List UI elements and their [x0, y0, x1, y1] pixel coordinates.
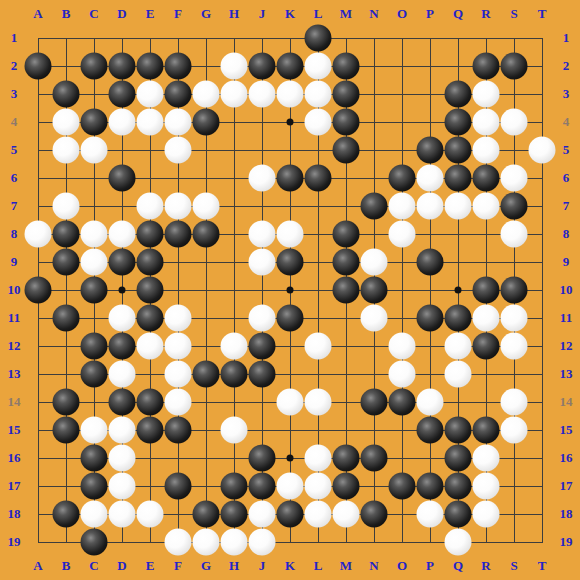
row-label-right: 4 — [563, 115, 570, 129]
row-label-left: 12 — [8, 339, 21, 353]
stone-black — [277, 501, 304, 528]
stone-black — [249, 361, 276, 388]
stone-black — [473, 277, 500, 304]
stone-white — [249, 501, 276, 528]
stone-white — [389, 221, 416, 248]
stone-white — [277, 389, 304, 416]
stone-white — [361, 305, 388, 332]
stone-white — [137, 333, 164, 360]
stone-black — [389, 389, 416, 416]
col-label-top: A — [33, 7, 42, 21]
stone-black — [109, 389, 136, 416]
stone-black — [137, 417, 164, 444]
col-label-bottom: D — [117, 559, 126, 573]
stone-white — [501, 109, 528, 136]
stone-white — [501, 389, 528, 416]
stone-black — [445, 165, 472, 192]
row-label-right: 12 — [560, 339, 573, 353]
stone-black — [445, 445, 472, 472]
stone-white — [445, 529, 472, 556]
stone-black — [249, 445, 276, 472]
stone-white — [221, 417, 248, 444]
stone-black — [137, 53, 164, 80]
stone-black — [473, 333, 500, 360]
stone-white — [109, 445, 136, 472]
stone-white — [53, 109, 80, 136]
stone-white — [165, 137, 192, 164]
row-label-left: 5 — [11, 143, 18, 157]
stone-black — [445, 305, 472, 332]
stone-white — [473, 109, 500, 136]
stone-white — [193, 193, 220, 220]
stone-white — [473, 445, 500, 472]
stone-black — [137, 389, 164, 416]
col-label-top: H — [229, 7, 239, 21]
stone-black — [445, 81, 472, 108]
stone-white — [417, 389, 444, 416]
stone-black — [277, 53, 304, 80]
stone-black — [53, 501, 80, 528]
stone-white — [165, 389, 192, 416]
stone-white — [165, 361, 192, 388]
row-label-left: 10 — [8, 283, 21, 297]
stone-black — [53, 221, 80, 248]
stone-white — [305, 81, 332, 108]
stone-black — [445, 137, 472, 164]
row-label-right: 7 — [563, 199, 570, 213]
col-label-top: Q — [453, 7, 463, 21]
col-label-top: R — [481, 7, 490, 21]
stone-white — [165, 333, 192, 360]
stone-white — [277, 81, 304, 108]
stone-black — [445, 501, 472, 528]
stone-white — [445, 361, 472, 388]
grid-vline — [430, 38, 431, 543]
row-label-left: 8 — [11, 227, 18, 241]
stone-white — [305, 473, 332, 500]
stone-white — [25, 221, 52, 248]
stone-black — [193, 361, 220, 388]
star-point — [119, 287, 126, 294]
stone-white — [137, 193, 164, 220]
col-label-bottom: O — [397, 559, 407, 573]
row-label-right: 19 — [560, 535, 573, 549]
row-label-left: 4 — [11, 115, 18, 129]
row-label-right: 10 — [560, 283, 573, 297]
stone-white — [361, 249, 388, 276]
col-label-top: B — [62, 7, 71, 21]
stone-black — [221, 361, 248, 388]
stone-black — [361, 277, 388, 304]
stone-white — [221, 333, 248, 360]
stone-white — [473, 305, 500, 332]
stone-white — [221, 81, 248, 108]
col-label-top: J — [259, 7, 266, 21]
star-point — [287, 455, 294, 462]
stone-black — [249, 473, 276, 500]
stone-white — [305, 53, 332, 80]
col-label-bottom: R — [481, 559, 490, 573]
stone-white — [137, 81, 164, 108]
row-label-right: 17 — [560, 479, 573, 493]
stone-black — [81, 109, 108, 136]
stone-black — [361, 193, 388, 220]
stone-black — [53, 305, 80, 332]
stone-white — [109, 417, 136, 444]
row-label-left: 19 — [8, 535, 21, 549]
stone-black — [417, 473, 444, 500]
stone-white — [305, 389, 332, 416]
col-label-top: P — [426, 7, 434, 21]
stone-black — [165, 81, 192, 108]
stone-black — [25, 53, 52, 80]
col-label-bottom: B — [62, 559, 71, 573]
stone-white — [249, 305, 276, 332]
stone-black — [53, 417, 80, 444]
stone-white — [137, 501, 164, 528]
stone-white — [137, 109, 164, 136]
row-label-left: 6 — [11, 171, 18, 185]
stone-black — [193, 501, 220, 528]
stone-white — [249, 81, 276, 108]
stone-black — [473, 165, 500, 192]
stone-white — [305, 109, 332, 136]
row-label-right: 16 — [560, 451, 573, 465]
stone-black — [389, 165, 416, 192]
stone-white — [81, 501, 108, 528]
stone-white — [109, 305, 136, 332]
col-label-bottom: L — [314, 559, 323, 573]
stone-black — [333, 53, 360, 80]
stone-black — [417, 137, 444, 164]
stone-white — [389, 361, 416, 388]
stone-white — [389, 193, 416, 220]
stone-black — [137, 249, 164, 276]
stone-black — [109, 333, 136, 360]
stone-black — [81, 53, 108, 80]
row-label-left: 7 — [11, 199, 18, 213]
stone-white — [249, 165, 276, 192]
stone-black — [473, 417, 500, 444]
stone-black — [193, 109, 220, 136]
col-label-bottom: P — [426, 559, 434, 573]
stone-white — [417, 501, 444, 528]
row-label-left: 3 — [11, 87, 18, 101]
stone-black — [53, 249, 80, 276]
stone-black — [109, 81, 136, 108]
stone-black — [109, 165, 136, 192]
stone-black — [109, 249, 136, 276]
stone-black — [81, 473, 108, 500]
stone-black — [333, 109, 360, 136]
col-label-bottom: E — [146, 559, 155, 573]
col-label-top: T — [538, 7, 547, 21]
stone-black — [249, 333, 276, 360]
stone-white — [333, 501, 360, 528]
stone-white — [165, 193, 192, 220]
col-label-bottom: T — [538, 559, 547, 573]
col-label-top: N — [369, 7, 378, 21]
col-label-bottom: S — [510, 559, 517, 573]
stone-white — [501, 221, 528, 248]
stone-white — [109, 473, 136, 500]
stone-white — [53, 137, 80, 164]
stone-black — [81, 277, 108, 304]
stone-white — [193, 81, 220, 108]
stone-white — [445, 193, 472, 220]
stone-black — [53, 81, 80, 108]
stone-black — [165, 417, 192, 444]
row-label-right: 14 — [560, 395, 573, 409]
stone-white — [249, 249, 276, 276]
row-label-left: 14 — [8, 395, 21, 409]
stone-white — [473, 81, 500, 108]
stone-white — [165, 109, 192, 136]
row-label-left: 11 — [8, 311, 20, 325]
col-label-bottom: M — [340, 559, 352, 573]
row-label-right: 13 — [560, 367, 573, 381]
grid-vline — [402, 38, 403, 543]
stone-black — [277, 249, 304, 276]
stone-black — [417, 249, 444, 276]
stone-black — [501, 193, 528, 220]
row-label-left: 16 — [8, 451, 21, 465]
stone-white — [109, 109, 136, 136]
stone-white — [501, 333, 528, 360]
row-label-right: 8 — [563, 227, 570, 241]
stone-black — [417, 417, 444, 444]
stone-black — [473, 53, 500, 80]
stone-black — [305, 25, 332, 52]
stone-white — [277, 473, 304, 500]
star-point — [455, 287, 462, 294]
stone-white — [473, 193, 500, 220]
stone-white — [221, 529, 248, 556]
stone-white — [501, 305, 528, 332]
stone-white — [305, 333, 332, 360]
stone-white — [81, 417, 108, 444]
go-board[interactable]: AABBCCDDEEFFGGHHJJKKLLMMNNOOPPQQRRSSTT11… — [0, 0, 580, 580]
stone-black — [333, 137, 360, 164]
grid-vline — [542, 38, 543, 543]
stone-black — [333, 249, 360, 276]
col-label-bottom: N — [369, 559, 378, 573]
col-label-bottom: K — [285, 559, 295, 573]
row-label-right: 3 — [563, 87, 570, 101]
stone-white — [277, 221, 304, 248]
col-label-top: D — [117, 7, 126, 21]
row-label-left: 2 — [11, 59, 18, 73]
stone-black — [25, 277, 52, 304]
col-label-bottom: Q — [453, 559, 463, 573]
stone-black — [333, 445, 360, 472]
stone-black — [389, 473, 416, 500]
row-label-left: 18 — [8, 507, 21, 521]
stone-white — [417, 165, 444, 192]
stone-black — [221, 501, 248, 528]
stone-black — [445, 417, 472, 444]
stone-white — [81, 137, 108, 164]
stone-black — [193, 221, 220, 248]
star-point — [287, 287, 294, 294]
row-label-right: 2 — [563, 59, 570, 73]
stone-white — [473, 501, 500, 528]
stone-black — [81, 361, 108, 388]
row-label-left: 13 — [8, 367, 21, 381]
stone-black — [249, 53, 276, 80]
col-label-top: L — [314, 7, 323, 21]
stone-white — [501, 417, 528, 444]
col-label-bottom: J — [259, 559, 266, 573]
row-label-left: 15 — [8, 423, 21, 437]
stone-white — [445, 333, 472, 360]
stone-black — [305, 165, 332, 192]
stone-black — [137, 305, 164, 332]
row-label-right: 9 — [563, 255, 570, 269]
stone-black — [81, 529, 108, 556]
row-label-right: 15 — [560, 423, 573, 437]
stone-white — [53, 193, 80, 220]
stone-white — [501, 165, 528, 192]
stone-white — [473, 473, 500, 500]
stone-black — [137, 221, 164, 248]
stone-white — [221, 53, 248, 80]
stone-black — [445, 109, 472, 136]
col-label-bottom: H — [229, 559, 239, 573]
stone-black — [361, 389, 388, 416]
col-label-top: K — [285, 7, 295, 21]
col-label-top: G — [201, 7, 211, 21]
row-label-left: 1 — [11, 31, 18, 45]
row-label-left: 9 — [11, 255, 18, 269]
stone-black — [333, 81, 360, 108]
stone-black — [361, 501, 388, 528]
stone-black — [333, 277, 360, 304]
stone-white — [165, 529, 192, 556]
col-label-top: E — [146, 7, 155, 21]
col-label-top: M — [340, 7, 352, 21]
col-label-bottom: A — [33, 559, 42, 573]
stone-white — [389, 333, 416, 360]
stone-white — [81, 221, 108, 248]
stone-white — [109, 501, 136, 528]
stone-white — [249, 221, 276, 248]
col-label-top: C — [89, 7, 98, 21]
stone-black — [333, 473, 360, 500]
stone-white — [417, 193, 444, 220]
stone-white — [529, 137, 556, 164]
row-label-left: 17 — [8, 479, 21, 493]
stone-black — [165, 53, 192, 80]
stone-black — [501, 277, 528, 304]
row-label-right: 18 — [560, 507, 573, 521]
col-label-top: O — [397, 7, 407, 21]
col-label-top: S — [510, 7, 517, 21]
stone-black — [53, 389, 80, 416]
row-label-right: 5 — [563, 143, 570, 157]
stone-black — [501, 53, 528, 80]
stone-white — [305, 445, 332, 472]
stone-black — [445, 473, 472, 500]
stone-white — [109, 361, 136, 388]
stone-black — [277, 165, 304, 192]
stone-black — [361, 445, 388, 472]
stone-black — [81, 445, 108, 472]
row-label-right: 11 — [560, 311, 572, 325]
stone-black — [333, 221, 360, 248]
stone-white — [249, 529, 276, 556]
stone-black — [221, 473, 248, 500]
stone-white — [109, 221, 136, 248]
stone-black — [81, 333, 108, 360]
row-label-right: 6 — [563, 171, 570, 185]
col-label-top: F — [174, 7, 182, 21]
stone-black — [165, 221, 192, 248]
stone-black — [137, 277, 164, 304]
col-label-bottom: G — [201, 559, 211, 573]
stone-white — [165, 305, 192, 332]
stone-white — [473, 137, 500, 164]
stone-black — [165, 473, 192, 500]
stone-white — [193, 529, 220, 556]
stone-white — [81, 249, 108, 276]
stone-black — [109, 53, 136, 80]
stone-black — [277, 305, 304, 332]
star-point — [287, 119, 294, 126]
stone-white — [305, 501, 332, 528]
col-label-bottom: F — [174, 559, 182, 573]
row-label-right: 1 — [563, 31, 570, 45]
col-label-bottom: C — [89, 559, 98, 573]
stone-black — [417, 305, 444, 332]
